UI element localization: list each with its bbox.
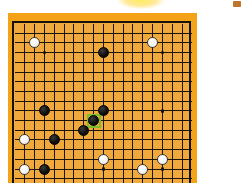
star-point [161,167,165,171]
white-stone-K5 [98,154,109,165]
white-stone-P17 [147,37,158,48]
black-stone-K16 [98,47,109,58]
black-stone-K10 [98,105,109,116]
star-point [161,109,165,113]
window-titlebar[interactable] [0,0,245,11]
grid-line-horizontal [15,149,192,150]
titlebar-glow-highlight [118,0,164,9]
grid-line-horizontal [15,139,192,140]
white-stone-B7 [19,134,30,145]
white-stone-O4 [137,164,148,175]
black-stone-D10 [39,105,50,116]
goban[interactable] [12,21,191,184]
black-stone-E7 [49,134,60,145]
grid-line-vertical [182,24,183,184]
window-corner-icon[interactable] [233,1,241,7]
star-point [43,51,47,55]
black-stone-D4 [39,164,50,175]
star-point [102,167,106,171]
white-stone-B4 [19,164,30,175]
app-window: { "window": { "titlebar": "orange-gradie… [0,0,245,183]
white-stone-Q5 [157,154,168,165]
grid-line-horizontal [15,178,192,179]
grid-line-horizontal [15,120,192,121]
grid-line-horizontal [15,130,192,131]
star-point [161,51,165,55]
black-stone-H8 [78,125,89,136]
grid-line-vertical [172,24,173,184]
white-stone-C17 [29,37,40,48]
go-board-panel [8,13,197,183]
